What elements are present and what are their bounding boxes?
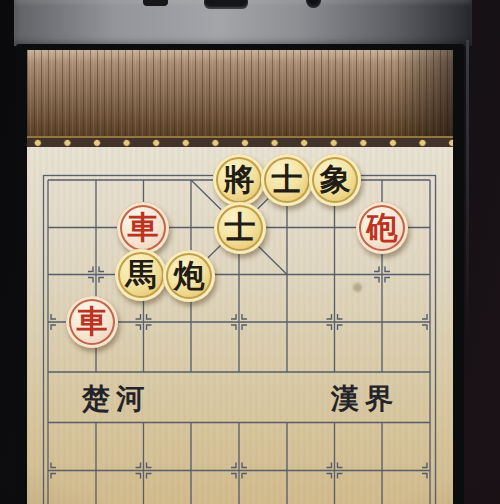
- piece-black-elephant[interactable]: 象: [309, 154, 361, 206]
- piece-black-cannon-d2[interactable]: 炮: [163, 250, 215, 302]
- river-label-han-jie: 漢界: [331, 380, 399, 418]
- piece-glyph: 馬: [126, 259, 157, 290]
- piece-glyph: 象: [320, 164, 351, 195]
- piece-glyph: 車: [77, 306, 108, 337]
- piece-glyph: 炮: [174, 260, 205, 291]
- piece-black-advisor-f0[interactable]: 士: [261, 154, 313, 206]
- piece-red-cannon-h1[interactable]: 砲: [356, 202, 408, 254]
- piece-glyph: 士: [225, 212, 256, 243]
- piece-black-advisor-e1[interactable]: 士: [214, 202, 266, 254]
- piece-glyph: 砲: [367, 212, 398, 243]
- piece-black-horse-c2[interactable]: 馬: [115, 249, 167, 301]
- river-label-chu-he: 楚河: [82, 380, 150, 418]
- piece-red-chariot-c1[interactable]: 車: [117, 202, 169, 254]
- piece-glyph: 將: [224, 164, 255, 195]
- piece-black-general[interactable]: 將: [213, 154, 265, 206]
- piece-red-chariot-b3[interactable]: 車: [66, 296, 118, 348]
- piece-glyph: 士: [272, 164, 303, 195]
- piece-glyph: 車: [128, 212, 159, 243]
